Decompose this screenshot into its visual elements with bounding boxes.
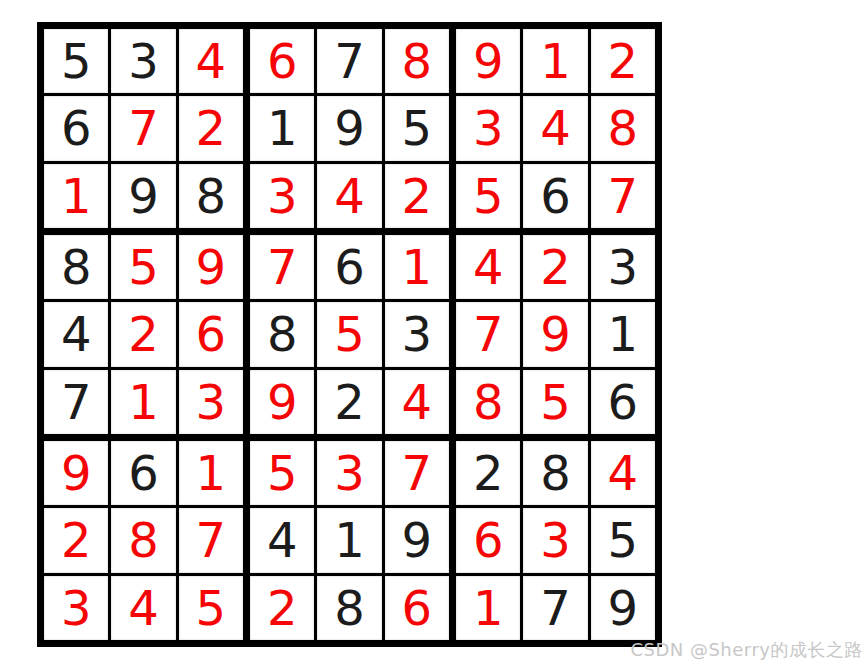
sudoku-cell-r8c8: 3 bbox=[523, 508, 587, 572]
sudoku-cell-r3c8: 6 bbox=[523, 164, 587, 228]
sudoku-cell-r9c3: 5 bbox=[179, 576, 243, 640]
csdn-watermark: CSDN @Sherry的成长之路 bbox=[630, 638, 863, 662]
sudoku-cell-r9c8: 7 bbox=[523, 576, 587, 640]
sudoku-cell-r8c2: 8 bbox=[111, 508, 175, 572]
sudoku-cell-r3c9: 7 bbox=[591, 164, 655, 228]
sudoku-cell-r1c6: 8 bbox=[385, 29, 449, 93]
sudoku-cell-r7c9: 4 bbox=[591, 441, 655, 505]
sudoku-cell-r5c1: 4 bbox=[44, 302, 108, 366]
sudoku-cell-r3c2: 9 bbox=[111, 164, 175, 228]
sudoku-cell-r2c2: 7 bbox=[111, 96, 175, 160]
sudoku-cell-r2c8: 4 bbox=[523, 96, 587, 160]
sudoku-cell-r2c7: 3 bbox=[456, 96, 520, 160]
sudoku-cell-r6c6: 4 bbox=[385, 370, 449, 434]
sudoku-cell-r4c6: 1 bbox=[385, 235, 449, 299]
sudoku-cell-r7c6: 7 bbox=[385, 441, 449, 505]
sudoku-cell-r1c3: 4 bbox=[179, 29, 243, 93]
sudoku-cell-r5c5: 5 bbox=[317, 302, 381, 366]
sudoku-cell-r8c6: 9 bbox=[385, 508, 449, 572]
sudoku-cell-r7c5: 3 bbox=[317, 441, 381, 505]
sudoku-cell-r5c8: 9 bbox=[523, 302, 587, 366]
sudoku-cell-r6c1: 7 bbox=[44, 370, 108, 434]
sudoku-cell-r7c8: 8 bbox=[523, 441, 587, 505]
sudoku-box-7: 961287345 bbox=[44, 441, 243, 640]
sudoku-cell-r4c9: 3 bbox=[591, 235, 655, 299]
sudoku-cell-r2c6: 5 bbox=[385, 96, 449, 160]
sudoku-cell-r6c8: 5 bbox=[523, 370, 587, 434]
sudoku-cell-r4c7: 4 bbox=[456, 235, 520, 299]
sudoku-cell-r3c7: 5 bbox=[456, 164, 520, 228]
sudoku-cell-r2c9: 8 bbox=[591, 96, 655, 160]
sudoku-box-5: 761853924 bbox=[250, 235, 449, 434]
sudoku-cell-r7c3: 1 bbox=[179, 441, 243, 505]
sudoku-cell-r6c5: 2 bbox=[317, 370, 381, 434]
sudoku-cell-r4c8: 2 bbox=[523, 235, 587, 299]
sudoku-box-4: 859426713 bbox=[44, 235, 243, 434]
sudoku-box-2: 678195342 bbox=[250, 29, 449, 228]
sudoku-cell-r4c5: 6 bbox=[317, 235, 381, 299]
sudoku-cell-r1c2: 3 bbox=[111, 29, 175, 93]
sudoku-cell-r8c5: 1 bbox=[317, 508, 381, 572]
sudoku-cell-r7c2: 6 bbox=[111, 441, 175, 505]
sudoku-box-9: 284635179 bbox=[456, 441, 655, 640]
sudoku-cell-r2c4: 1 bbox=[250, 96, 314, 160]
sudoku-cell-r6c2: 1 bbox=[111, 370, 175, 434]
sudoku-cell-r9c4: 2 bbox=[250, 576, 314, 640]
sudoku-cell-r9c5: 8 bbox=[317, 576, 381, 640]
sudoku-cell-r5c7: 7 bbox=[456, 302, 520, 366]
sudoku-cell-r4c3: 9 bbox=[179, 235, 243, 299]
sudoku-cell-r1c1: 5 bbox=[44, 29, 108, 93]
sudoku-cell-r6c3: 3 bbox=[179, 370, 243, 434]
sudoku-cell-r2c1: 6 bbox=[44, 96, 108, 160]
sudoku-cell-r3c5: 4 bbox=[317, 164, 381, 228]
sudoku-cell-r8c9: 5 bbox=[591, 508, 655, 572]
sudoku-cell-r9c7: 1 bbox=[456, 576, 520, 640]
sudoku-box-6: 423791856 bbox=[456, 235, 655, 434]
sudoku-cell-r1c5: 7 bbox=[317, 29, 381, 93]
sudoku-cell-r6c4: 9 bbox=[250, 370, 314, 434]
sudoku-cell-r4c4: 7 bbox=[250, 235, 314, 299]
sudoku-cell-r8c4: 4 bbox=[250, 508, 314, 572]
sudoku-cell-r3c3: 8 bbox=[179, 164, 243, 228]
sudoku-cell-r5c2: 2 bbox=[111, 302, 175, 366]
sudoku-cell-r6c9: 6 bbox=[591, 370, 655, 434]
sudoku-cell-r7c7: 2 bbox=[456, 441, 520, 505]
sudoku-cell-r8c3: 7 bbox=[179, 508, 243, 572]
sudoku-cell-r1c8: 1 bbox=[523, 29, 587, 93]
sudoku-cell-r8c1: 2 bbox=[44, 508, 108, 572]
sudoku-cell-r9c2: 4 bbox=[111, 576, 175, 640]
sudoku-cell-r6c7: 8 bbox=[456, 370, 520, 434]
sudoku-cell-r3c4: 3 bbox=[250, 164, 314, 228]
sudoku-cell-r5c3: 6 bbox=[179, 302, 243, 366]
sudoku-cell-r2c3: 2 bbox=[179, 96, 243, 160]
sudoku-cell-r1c7: 9 bbox=[456, 29, 520, 93]
sudoku-box-8: 537419286 bbox=[250, 441, 449, 640]
sudoku-cell-r3c1: 1 bbox=[44, 164, 108, 228]
sudoku-cell-r1c9: 2 bbox=[591, 29, 655, 93]
sudoku-cell-r5c4: 8 bbox=[250, 302, 314, 366]
sudoku-cell-r5c9: 1 bbox=[591, 302, 655, 366]
sudoku-cell-r4c1: 8 bbox=[44, 235, 108, 299]
sudoku-board: 5346721986781953429123485678594267137618… bbox=[37, 22, 662, 647]
sudoku-cell-r2c5: 9 bbox=[317, 96, 381, 160]
sudoku-box-1: 534672198 bbox=[44, 29, 243, 228]
sudoku-cell-r9c1: 3 bbox=[44, 576, 108, 640]
sudoku-cell-r4c2: 5 bbox=[111, 235, 175, 299]
sudoku-cell-r7c1: 9 bbox=[44, 441, 108, 505]
sudoku-cell-r1c4: 6 bbox=[250, 29, 314, 93]
sudoku-cell-r8c7: 6 bbox=[456, 508, 520, 572]
sudoku-cell-r5c6: 3 bbox=[385, 302, 449, 366]
sudoku-box-3: 912348567 bbox=[456, 29, 655, 228]
sudoku-cell-r9c6: 6 bbox=[385, 576, 449, 640]
sudoku-cell-r7c4: 5 bbox=[250, 441, 314, 505]
sudoku-cell-r9c9: 9 bbox=[591, 576, 655, 640]
sudoku-cell-r3c6: 2 bbox=[385, 164, 449, 228]
